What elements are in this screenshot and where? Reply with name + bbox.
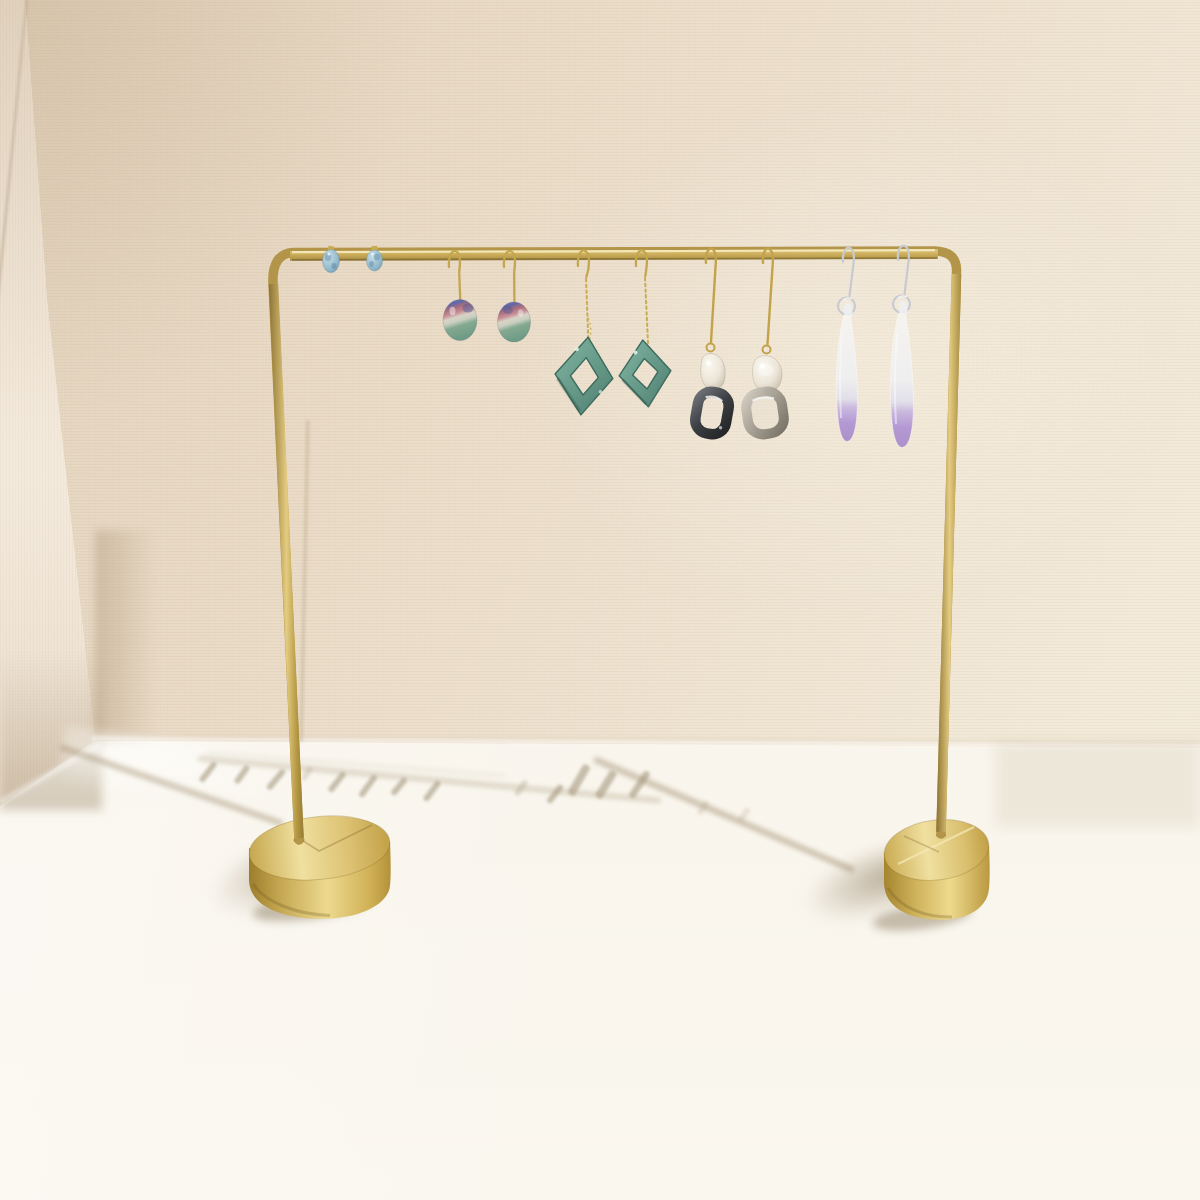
scene: A brass earring display stand holding fi…: [0, 0, 1200, 1200]
stand-and-earrings-illustration: [0, 0, 1200, 1200]
earring-pair-striped-glass-ovals: [443, 251, 531, 342]
earring-pair-pearl-smoky-rings: [693, 248, 786, 436]
earring-pair-purple-frosted-drops: [836, 246, 913, 448]
earring-pair-teal-glass-diamonds: [551, 250, 673, 418]
left-base: [246, 810, 392, 919]
stand-frame: [273, 250, 957, 840]
